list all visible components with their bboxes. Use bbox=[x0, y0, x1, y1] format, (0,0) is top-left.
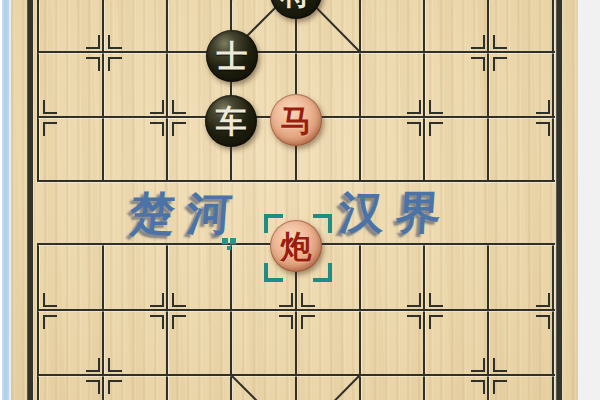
piece-character: 将 bbox=[281, 0, 312, 19]
palace-diagonal-lines bbox=[0, 0, 600, 400]
move-origin-marker-dot bbox=[222, 238, 228, 244]
piece-character: 炮 bbox=[281, 220, 312, 272]
selection-bracket-corner bbox=[313, 263, 332, 282]
piece-character: 车 bbox=[216, 95, 247, 147]
piece-black-advisor[interactable]: 士 bbox=[206, 30, 258, 82]
selection-bracket-corner bbox=[313, 214, 332, 233]
piece-character: 马 bbox=[281, 94, 312, 146]
selection-bracket-corner bbox=[264, 214, 283, 233]
move-origin-marker-dot bbox=[227, 246, 231, 250]
piece-red-horse[interactable]: 马 bbox=[270, 94, 322, 146]
selection-bracket-corner bbox=[264, 263, 283, 282]
xiangqi-app-window: 楚河 汉界 将士车马炮 bbox=[0, 0, 600, 400]
move-origin-marker-dot bbox=[230, 238, 236, 244]
piece-black-chariot[interactable]: 车 bbox=[205, 95, 257, 147]
piece-character: 士 bbox=[217, 30, 248, 82]
